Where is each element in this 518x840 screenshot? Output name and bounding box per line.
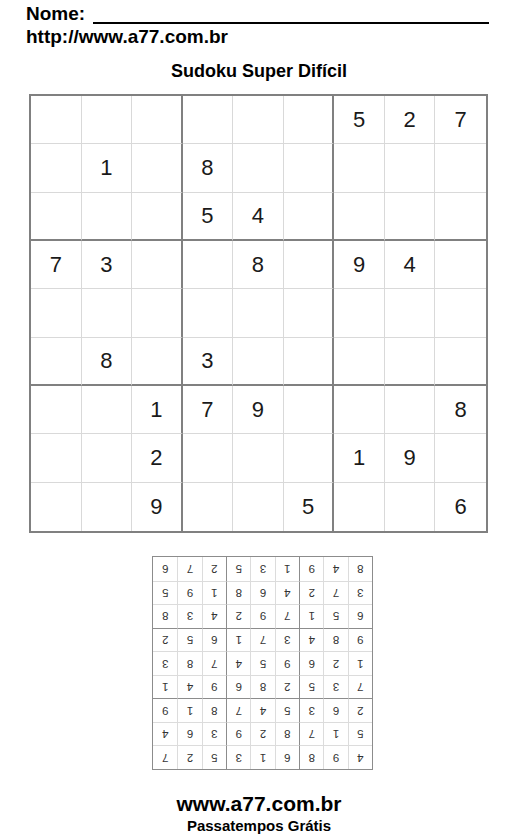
cell-r9c5[interactable] — [233, 483, 284, 531]
solution-cell-r8c1: 3 — [348, 581, 372, 605]
cell-r3c3[interactable] — [132, 193, 183, 241]
cell-r7c2[interactable] — [82, 386, 133, 434]
cell-r4c8: 4 — [385, 241, 436, 289]
solution-cell-r1c9: 7 — [153, 745, 177, 769]
solution-cell-r3c6: 7 — [226, 698, 250, 722]
cell-r3c6[interactable] — [284, 193, 335, 241]
solution-cell-r1c1: 4 — [348, 745, 372, 769]
footer-site-url: www.a77.com.br — [0, 792, 518, 816]
cell-r3c8[interactable] — [385, 193, 436, 241]
cell-r4c4[interactable] — [183, 241, 234, 289]
solution-cell-r7c7: 4 — [202, 604, 226, 628]
solution-cell-r5c7: 7 — [202, 651, 226, 675]
solution-cell-r8c6: 8 — [226, 581, 250, 605]
solution-cell-r8c5: 6 — [250, 581, 274, 605]
solution-cell-r7c8: 3 — [177, 604, 201, 628]
cell-r8c5[interactable] — [233, 434, 284, 482]
solution-cell-r1c7: 5 — [202, 745, 226, 769]
cell-r6c2: 8 — [82, 338, 133, 386]
cell-r8c3: 2 — [132, 434, 183, 482]
cell-r2c1[interactable] — [31, 144, 82, 192]
solution-cell-r1c2: 9 — [323, 745, 347, 769]
solution-cell-r7c4: 7 — [275, 604, 299, 628]
cell-r3c5: 4 — [233, 193, 284, 241]
solution-grid-upside-down: 4986135275178293642635478197352869411269… — [152, 556, 373, 770]
cell-r2c9[interactable] — [435, 144, 486, 192]
cell-r2c2: 1 — [82, 144, 133, 192]
solution-cell-r8c3: 2 — [299, 581, 323, 605]
cell-r6c5[interactable] — [233, 338, 284, 386]
solution-cell-r1c6: 3 — [226, 745, 250, 769]
solution-cell-r2c8: 6 — [177, 722, 201, 746]
cell-r5c9[interactable] — [435, 289, 486, 337]
cell-r5c2[interactable] — [82, 289, 133, 337]
cell-r8c7: 1 — [334, 434, 385, 482]
solution-cell-r5c1: 1 — [348, 651, 372, 675]
page-title: Sudoku Super Difícil — [0, 61, 518, 82]
cell-r7c5: 9 — [233, 386, 284, 434]
cell-r3c7[interactable] — [334, 193, 385, 241]
cell-r5c1[interactable] — [31, 289, 82, 337]
cell-r2c7[interactable] — [334, 144, 385, 192]
cell-r5c5[interactable] — [233, 289, 284, 337]
cell-r3c4: 5 — [183, 193, 234, 241]
solution-cell-r4c4: 2 — [275, 675, 299, 699]
cell-r4c2: 3 — [82, 241, 133, 289]
cell-r6c6[interactable] — [284, 338, 335, 386]
cell-r1c9: 7 — [435, 96, 486, 144]
solution-cell-r5c3: 6 — [299, 651, 323, 675]
solution-cell-r2c7: 3 — [202, 722, 226, 746]
solution-cell-r4c8: 4 — [177, 675, 201, 699]
cell-r1c1[interactable] — [31, 96, 82, 144]
solution-cell-r2c6: 9 — [226, 722, 250, 746]
cell-r1c7: 5 — [334, 96, 385, 144]
cell-r8c6[interactable] — [284, 434, 335, 482]
solution-cell-r9c1: 8 — [348, 557, 372, 581]
name-label: Nome: — [26, 3, 85, 25]
cell-r3c1[interactable] — [31, 193, 82, 241]
cell-r5c4[interactable] — [183, 289, 234, 337]
solution-cell-r7c6: 2 — [226, 604, 250, 628]
solution-cell-r7c5: 9 — [250, 604, 274, 628]
solution-cell-r9c6: 5 — [226, 557, 250, 581]
cell-r6c3[interactable] — [132, 338, 183, 386]
solution-cell-r9c4: 1 — [275, 557, 299, 581]
cell-r6c1[interactable] — [31, 338, 82, 386]
solution-cell-r9c9: 6 — [153, 557, 177, 581]
solution-cell-r7c2: 5 — [323, 604, 347, 628]
solution-cell-r6c8: 5 — [177, 628, 201, 652]
solution-cell-r4c9: 1 — [153, 675, 177, 699]
solution-cell-r4c2: 3 — [323, 675, 347, 699]
solution-cell-r6c1: 9 — [348, 628, 372, 652]
solution-cell-r4c5: 8 — [250, 675, 274, 699]
cell-r2c5[interactable] — [233, 144, 284, 192]
solution-cell-r9c2: 4 — [323, 557, 347, 581]
solution-cell-r6c6: 1 — [226, 628, 250, 652]
solution-cell-r1c5: 1 — [250, 745, 274, 769]
cell-r7c8[interactable] — [385, 386, 436, 434]
cell-r8c8: 9 — [385, 434, 436, 482]
solution-cell-r6c5: 7 — [250, 628, 274, 652]
sudoku-grid: 527185473894831798219956 — [29, 94, 488, 533]
solution-cell-r6c3: 4 — [299, 628, 323, 652]
cell-r2c6[interactable] — [284, 144, 335, 192]
solution-cell-r3c9: 9 — [153, 698, 177, 722]
site-url-text: http://www.a77.com.br — [26, 26, 228, 48]
cell-r7c3: 1 — [132, 386, 183, 434]
solution-cell-r5c8: 8 — [177, 651, 201, 675]
solution-cell-r3c2: 6 — [323, 698, 347, 722]
cell-r1c6[interactable] — [284, 96, 335, 144]
solution-cell-r9c8: 7 — [177, 557, 201, 581]
solution-cell-r4c7: 9 — [202, 675, 226, 699]
cell-r1c3[interactable] — [132, 96, 183, 144]
solution-cell-r9c3: 9 — [299, 557, 323, 581]
solution-cell-r5c6: 4 — [226, 651, 250, 675]
cell-r9c9: 6 — [435, 483, 486, 531]
solution-cell-r2c9: 4 — [153, 722, 177, 746]
solution-cell-r3c5: 4 — [250, 698, 274, 722]
solution-cell-r2c4: 8 — [275, 722, 299, 746]
solution-cell-r3c4: 5 — [275, 698, 299, 722]
cell-r6c7[interactable] — [334, 338, 385, 386]
cell-r3c2[interactable] — [82, 193, 133, 241]
cell-r9c8[interactable] — [385, 483, 436, 531]
cell-r1c4[interactable] — [183, 96, 234, 144]
solution-cell-r5c9: 3 — [153, 651, 177, 675]
solution-cell-r8c2: 7 — [323, 581, 347, 605]
cell-r2c3[interactable] — [132, 144, 183, 192]
solution-cell-r4c3: 5 — [299, 675, 323, 699]
solution-cell-r7c9: 8 — [153, 604, 177, 628]
name-fill-line — [93, 2, 489, 24]
solution-cell-r5c5: 5 — [250, 651, 274, 675]
cell-r7c1[interactable] — [31, 386, 82, 434]
solution-cell-r2c1: 5 — [348, 722, 372, 746]
cell-r1c2[interactable] — [82, 96, 133, 144]
cell-r6c8[interactable] — [385, 338, 436, 386]
cell-r7c9: 8 — [435, 386, 486, 434]
sudoku-worksheet: Nome: http://www.a77.com.br Sudoku Super… — [0, 0, 518, 840]
solution-cell-r8c8: 9 — [177, 581, 201, 605]
solution-cell-r1c3: 8 — [299, 745, 323, 769]
solution-cell-r8c9: 5 — [153, 581, 177, 605]
solution-cell-r6c9: 2 — [153, 628, 177, 652]
cell-r4c1: 7 — [31, 241, 82, 289]
cell-r7c7[interactable] — [334, 386, 385, 434]
solution-cell-r7c1: 6 — [348, 604, 372, 628]
cell-r9c4[interactable] — [183, 483, 234, 531]
solution-cell-r4c6: 6 — [226, 675, 250, 699]
solution-cell-r8c4: 4 — [275, 581, 299, 605]
cell-r9c1[interactable] — [31, 483, 82, 531]
cell-r9c6: 5 — [284, 483, 335, 531]
footer-tagline: Passatempos Grátis — [0, 817, 518, 834]
solution-cell-r2c2: 1 — [323, 722, 347, 746]
cell-r4c5: 8 — [233, 241, 284, 289]
cell-r9c3: 9 — [132, 483, 183, 531]
solution-cell-r8c7: 1 — [202, 581, 226, 605]
cell-r9c7[interactable] — [334, 483, 385, 531]
cell-r1c5[interactable] — [233, 96, 284, 144]
solution-cell-r3c7: 8 — [202, 698, 226, 722]
solution-cell-r9c7: 2 — [202, 557, 226, 581]
solution-cell-r3c3: 3 — [299, 698, 323, 722]
cell-r7c6[interactable] — [284, 386, 335, 434]
solution-cell-r4c1: 7 — [348, 675, 372, 699]
cell-r4c3[interactable] — [132, 241, 183, 289]
cell-r2c4: 8 — [183, 144, 234, 192]
cell-r8c2[interactable] — [82, 434, 133, 482]
solution-cell-r3c1: 2 — [348, 698, 372, 722]
cell-r5c6[interactable] — [284, 289, 335, 337]
solution-cell-r6c7: 6 — [202, 628, 226, 652]
cell-r4c9[interactable] — [435, 241, 486, 289]
cell-r5c3[interactable] — [132, 289, 183, 337]
cell-r8c9[interactable] — [435, 434, 486, 482]
solution-cell-r5c2: 2 — [323, 651, 347, 675]
cell-r8c1[interactable] — [31, 434, 82, 482]
solution-cell-r1c4: 6 — [275, 745, 299, 769]
solution-cell-r7c3: 1 — [299, 604, 323, 628]
solution-cell-r6c2: 8 — [323, 628, 347, 652]
solution-cell-r1c8: 2 — [177, 745, 201, 769]
cell-r5c8[interactable] — [385, 289, 436, 337]
solution-cell-r6c4: 3 — [275, 628, 299, 652]
cell-r8c4[interactable] — [183, 434, 234, 482]
cell-r9c2[interactable] — [82, 483, 133, 531]
solution-cell-r2c5: 2 — [250, 722, 274, 746]
cell-r6c4: 3 — [183, 338, 234, 386]
solution-cell-r9c5: 3 — [250, 557, 274, 581]
cell-r4c6[interactable] — [284, 241, 335, 289]
cell-r4c7: 9 — [334, 241, 385, 289]
solution-cell-r3c8: 1 — [177, 698, 201, 722]
cell-r3c9[interactable] — [435, 193, 486, 241]
cell-r2c8[interactable] — [385, 144, 436, 192]
cell-r7c4: 7 — [183, 386, 234, 434]
cell-r6c9[interactable] — [435, 338, 486, 386]
solution-cell-r2c3: 7 — [299, 722, 323, 746]
cell-r1c8: 2 — [385, 96, 436, 144]
cell-r5c7[interactable] — [334, 289, 385, 337]
solution-cell-r5c4: 9 — [275, 651, 299, 675]
